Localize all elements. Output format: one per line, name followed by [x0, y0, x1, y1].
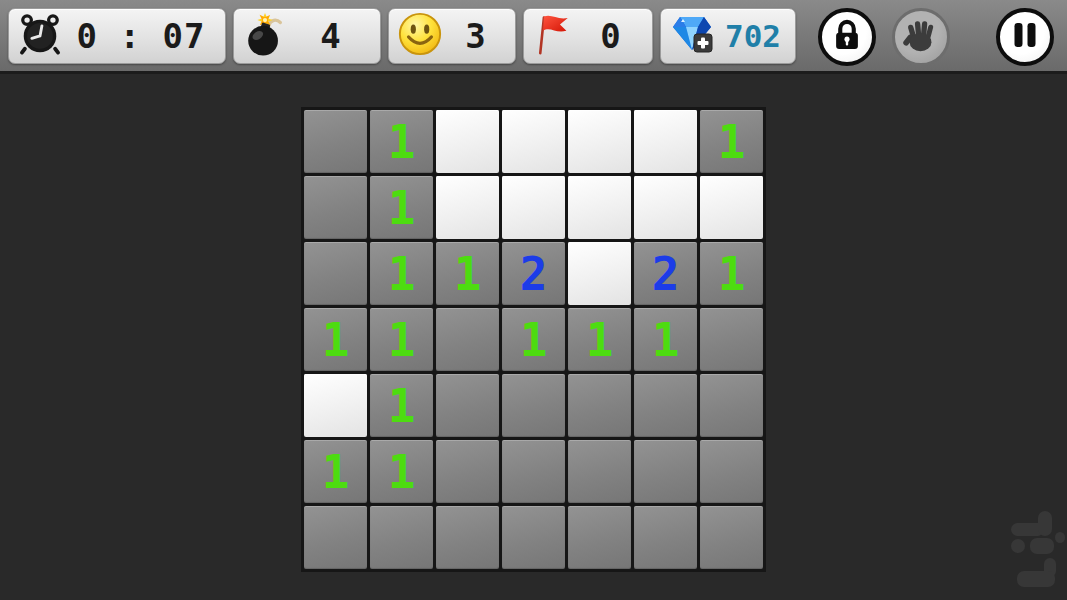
cell-r1c4[interactable]: [568, 176, 631, 239]
cell-r3c4[interactable]: 1: [568, 308, 631, 371]
cell-r4c4[interactable]: [568, 374, 631, 437]
cell-r1c0[interactable]: [304, 176, 367, 239]
cell-r1c5[interactable]: [634, 176, 697, 239]
cell-r2c6[interactable]: 1: [700, 242, 763, 305]
cell-r6c6[interactable]: [700, 506, 763, 569]
cell-r1c6[interactable]: [700, 176, 763, 239]
cell-r0c3[interactable]: [502, 110, 565, 173]
cell-r5c0[interactable]: 1: [304, 440, 367, 503]
cell-r5c5[interactable]: [634, 440, 697, 503]
cell-r6c5[interactable]: [634, 506, 697, 569]
gems-display[interactable]: 702: [660, 8, 796, 64]
pause-icon: [1010, 20, 1040, 54]
mines-display: 4: [233, 8, 381, 64]
cell-r6c3[interactable]: [502, 506, 565, 569]
cell-r4c2[interactable]: [436, 374, 499, 437]
cell-r5c3[interactable]: [502, 440, 565, 503]
cell-r5c4[interactable]: [568, 440, 631, 503]
cell-r5c6[interactable]: [700, 440, 763, 503]
cell-r0c0[interactable]: [304, 110, 367, 173]
mines-value: 4: [288, 16, 374, 56]
store-logo-watermark: [1005, 505, 1067, 595]
cell-r0c5[interactable]: [634, 110, 697, 173]
lives-value: 3: [443, 16, 509, 56]
cell-r5c1[interactable]: 1: [370, 440, 433, 503]
pause-button[interactable]: [996, 8, 1054, 66]
cell-r2c2[interactable]: 1: [436, 242, 499, 305]
hand-tool-button[interactable]: [892, 8, 950, 66]
hand-icon: [902, 16, 940, 58]
hud-bar: 0 : 07 4: [0, 0, 1067, 74]
gems-value: 702: [717, 18, 789, 54]
cell-r3c6[interactable]: [700, 308, 763, 371]
lock-button[interactable]: [818, 8, 876, 66]
cell-r3c5[interactable]: 1: [634, 308, 697, 371]
cell-r4c5[interactable]: [634, 374, 697, 437]
cell-r5c2[interactable]: [436, 440, 499, 503]
cell-r4c1[interactable]: 1: [370, 374, 433, 437]
board: 1111122111111111: [301, 107, 766, 572]
cell-r6c4[interactable]: [568, 506, 631, 569]
cell-r2c1[interactable]: 1: [370, 242, 433, 305]
cell-r4c6[interactable]: [700, 374, 763, 437]
flags-value: 0: [576, 16, 646, 56]
cell-r0c6[interactable]: 1: [700, 110, 763, 173]
cell-r1c1[interactable]: 1: [370, 176, 433, 239]
cell-r2c4[interactable]: [568, 242, 631, 305]
cell-r4c0[interactable]: [304, 374, 367, 437]
lives-display: 3: [388, 8, 516, 64]
cell-r0c1[interactable]: 1: [370, 110, 433, 173]
cell-r3c2[interactable]: [436, 308, 499, 371]
cell-r2c5[interactable]: 2: [634, 242, 697, 305]
lock-icon: [829, 17, 865, 57]
timer-display: 0 : 07: [8, 8, 226, 64]
cell-r0c4[interactable]: [568, 110, 631, 173]
flag-icon: [532, 12, 576, 60]
cell-r3c3[interactable]: 1: [502, 308, 565, 371]
cell-r4c3[interactable]: [502, 374, 565, 437]
cell-r2c0[interactable]: [304, 242, 367, 305]
gem-plus-icon: [669, 10, 717, 62]
bomb-icon: [242, 11, 288, 61]
cell-r0c2[interactable]: [436, 110, 499, 173]
flags-display: 0: [523, 8, 653, 64]
cell-r1c2[interactable]: [436, 176, 499, 239]
cell-r2c3[interactable]: 2: [502, 242, 565, 305]
cell-r3c0[interactable]: 1: [304, 308, 367, 371]
cell-r6c1[interactable]: [370, 506, 433, 569]
cell-r6c0[interactable]: [304, 506, 367, 569]
cell-r1c3[interactable]: [502, 176, 565, 239]
alarm-clock-icon: [17, 11, 63, 61]
smiley-icon: [397, 11, 443, 61]
timer-value: 0 : 07: [63, 16, 219, 56]
cell-r3c1[interactable]: 1: [370, 308, 433, 371]
cell-r6c2[interactable]: [436, 506, 499, 569]
